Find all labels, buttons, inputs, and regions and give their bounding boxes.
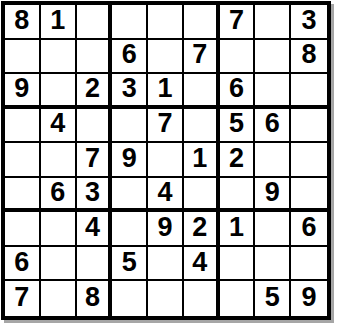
sudoku-cell-r5c3[interactable]: 7 — [77, 143, 113, 178]
sudoku-cell-r4c9[interactable] — [291, 109, 327, 144]
sudoku-cell-r6c4[interactable] — [112, 178, 148, 213]
sudoku-cell-r2c3[interactable] — [77, 40, 113, 75]
sudoku-cell-r4c8[interactable]: 6 — [255, 109, 291, 144]
sudoku-cell-r4c1[interactable] — [5, 109, 41, 144]
given-digit: 5 — [229, 110, 244, 137]
sudoku-cell-r7c8[interactable] — [255, 212, 291, 247]
sudoku-cell-r6c2[interactable]: 6 — [41, 178, 77, 213]
sudoku-cell-r2c4[interactable]: 6 — [112, 40, 148, 75]
sudoku-cell-r8c7[interactable] — [220, 247, 256, 282]
given-digit: 3 — [122, 75, 137, 102]
given-digit: 3 — [302, 7, 317, 34]
sudoku-cell-r6c5[interactable]: 4 — [148, 178, 184, 213]
sudoku-cell-r2c1[interactable] — [5, 40, 41, 75]
given-digit: 6 — [229, 75, 244, 102]
sudoku-cell-r7c3[interactable]: 4 — [77, 212, 113, 247]
sudoku-cell-r2c7[interactable] — [220, 40, 256, 75]
sudoku-cell-r5c9[interactable] — [291, 143, 327, 178]
sudoku-cell-r6c9[interactable] — [291, 178, 327, 213]
sudoku-cell-r8c4[interactable]: 5 — [112, 247, 148, 282]
sudoku-cell-r5c2[interactable] — [41, 143, 77, 178]
given-digit: 9 — [157, 214, 172, 241]
sudoku-cell-r6c8[interactable]: 9 — [255, 178, 291, 213]
sudoku-cell-r9c3[interactable]: 8 — [77, 281, 113, 316]
sudoku-cell-r7c4[interactable] — [112, 212, 148, 247]
sudoku-cell-r7c1[interactable] — [5, 212, 41, 247]
sudoku-cell-r3c6[interactable] — [184, 74, 220, 109]
given-digit: 8 — [85, 284, 100, 311]
sudoku-cell-r4c3[interactable] — [77, 109, 113, 144]
given-digit: 8 — [302, 41, 317, 68]
sudoku-cell-r5c7[interactable]: 2 — [220, 143, 256, 178]
given-digit: 6 — [302, 214, 317, 241]
sudoku-cell-r9c4[interactable] — [112, 281, 148, 316]
given-digit: 1 — [229, 214, 244, 241]
given-digit: 4 — [50, 110, 65, 137]
sudoku-cell-r9c9[interactable]: 9 — [291, 281, 327, 316]
given-digit: 4 — [192, 249, 207, 276]
given-digit: 4 — [157, 179, 172, 206]
sudoku-cell-r7c7[interactable]: 1 — [220, 212, 256, 247]
sudoku-cell-r5c1[interactable] — [5, 143, 41, 178]
sudoku-cell-r9c5[interactable] — [148, 281, 184, 316]
given-digit: 9 — [122, 145, 137, 172]
given-digit: 4 — [85, 214, 100, 241]
given-digit: 9 — [265, 179, 280, 206]
sudoku-cell-r9c1[interactable]: 7 — [5, 281, 41, 316]
given-digit: 1 — [157, 75, 172, 102]
sudoku-cell-r1c7[interactable]: 7 — [220, 5, 256, 40]
given-digit: 3 — [85, 179, 100, 206]
sudoku-cell-r1c2[interactable]: 1 — [41, 5, 77, 40]
given-digit: 6 — [265, 110, 280, 137]
given-digit: 2 — [85, 75, 100, 102]
given-digit: 7 — [157, 110, 172, 137]
sudoku-cell-r3c4[interactable]: 3 — [112, 74, 148, 109]
sudoku-cell-r3c2[interactable] — [41, 74, 77, 109]
sudoku-cell-r8c2[interactable] — [41, 247, 77, 282]
given-digit: 1 — [50, 7, 65, 34]
sudoku-cell-r6c7[interactable] — [220, 178, 256, 213]
sudoku-cell-r5c4[interactable]: 9 — [112, 143, 148, 178]
sudoku-cell-r3c9[interactable] — [291, 74, 327, 109]
sudoku-cell-r9c2[interactable] — [41, 281, 77, 316]
sudoku-cell-r3c5[interactable]: 1 — [148, 74, 184, 109]
sudoku-cell-r4c4[interactable] — [112, 109, 148, 144]
given-digit: 6 — [50, 179, 65, 206]
sudoku-board: 817367892316475679126349492166547859 — [1, 1, 331, 320]
given-digit: 2 — [229, 145, 244, 172]
given-digit: 6 — [122, 41, 137, 68]
sudoku-cell-r8c5[interactable] — [148, 247, 184, 282]
sudoku-cell-r4c7[interactable]: 5 — [220, 109, 256, 144]
sudoku-cell-r3c7[interactable]: 6 — [220, 74, 256, 109]
sudoku-cell-r4c6[interactable] — [184, 109, 220, 144]
given-digit: 9 — [14, 75, 29, 102]
sudoku-cell-r8c8[interactable] — [255, 247, 291, 282]
given-digit: 7 — [192, 41, 207, 68]
sudoku-cell-r7c9[interactable]: 6 — [291, 212, 327, 247]
sudoku-cell-r2c6[interactable]: 7 — [184, 40, 220, 75]
sudoku-cell-r6c3[interactable]: 3 — [77, 178, 113, 213]
sudoku-cell-r7c5[interactable]: 9 — [148, 212, 184, 247]
sudoku-cell-r7c2[interactable] — [41, 212, 77, 247]
sudoku-cell-r1c9[interactable]: 3 — [291, 5, 327, 40]
sudoku-cell-r1c5[interactable] — [148, 5, 184, 40]
sudoku-cell-r4c5[interactable]: 7 — [148, 109, 184, 144]
given-digit: 7 — [14, 284, 29, 311]
given-digit: 9 — [302, 284, 317, 311]
sudoku-cell-r1c3[interactable] — [77, 5, 113, 40]
sudoku-cell-r1c6[interactable] — [184, 5, 220, 40]
sudoku-cell-r2c9[interactable]: 8 — [291, 40, 327, 75]
sudoku-cell-r3c1[interactable]: 9 — [5, 74, 41, 109]
sudoku-cell-r6c6[interactable] — [184, 178, 220, 213]
sudoku-cell-r3c8[interactable] — [255, 74, 291, 109]
sudoku-cell-r8c3[interactable] — [77, 247, 113, 282]
sudoku-cell-r2c2[interactable] — [41, 40, 77, 75]
given-digit: 2 — [192, 214, 207, 241]
given-digit: 6 — [14, 249, 29, 276]
sudoku-cell-r8c1[interactable]: 6 — [5, 247, 41, 282]
sudoku-cell-r9c7[interactable] — [220, 281, 256, 316]
sudoku-cell-r3c3[interactable]: 2 — [77, 74, 113, 109]
sudoku-cell-r9c6[interactable] — [184, 281, 220, 316]
given-digit: 5 — [265, 284, 280, 311]
sudoku-cell-r2c5[interactable] — [148, 40, 184, 75]
sudoku-cell-r4c2[interactable]: 4 — [41, 109, 77, 144]
sudoku-cell-r7c6[interactable]: 2 — [184, 212, 220, 247]
sudoku-cell-r2c8[interactable] — [255, 40, 291, 75]
sudoku-cell-r9c8[interactable]: 5 — [255, 281, 291, 316]
sudoku-cell-r8c6[interactable]: 4 — [184, 247, 220, 282]
sudoku-cell-r6c1[interactable] — [5, 178, 41, 213]
given-digit: 1 — [192, 145, 207, 172]
sudoku-cell-r1c8[interactable] — [255, 5, 291, 40]
sudoku-cell-r5c5[interactable] — [148, 143, 184, 178]
sudoku-cell-r5c8[interactable] — [255, 143, 291, 178]
sudoku-cell-r8c9[interactable] — [291, 247, 327, 282]
sudoku-cell-r1c4[interactable] — [112, 5, 148, 40]
sudoku-cell-r1c1[interactable]: 8 — [5, 5, 41, 40]
given-digit: 7 — [85, 145, 100, 172]
given-digit: 5 — [122, 249, 137, 276]
given-digit: 7 — [229, 7, 244, 34]
sudoku-cell-r5c6[interactable]: 1 — [184, 143, 220, 178]
given-digit: 8 — [14, 7, 29, 34]
